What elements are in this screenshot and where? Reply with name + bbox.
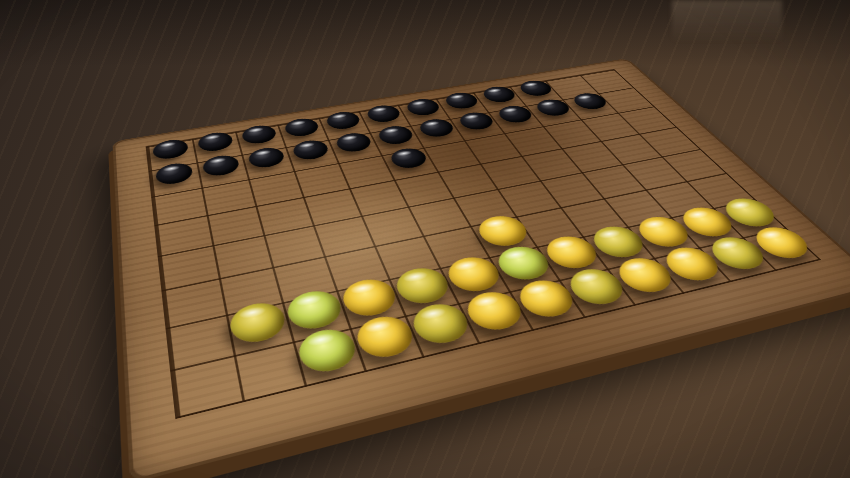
black-stone[interactable] (152, 138, 189, 162)
black-stone[interactable] (569, 91, 611, 111)
black-stone[interactable] (155, 161, 194, 187)
black-stone[interactable] (516, 79, 556, 98)
stones-layer (147, 70, 818, 417)
yellow-stone[interactable] (461, 288, 530, 335)
black-stone[interactable] (201, 153, 240, 178)
black-stone[interactable] (387, 146, 430, 170)
black-stone[interactable] (364, 103, 403, 124)
black-stone[interactable] (324, 110, 363, 131)
black-stone[interactable] (240, 123, 278, 145)
yellow-stone[interactable] (295, 325, 361, 377)
black-stone[interactable] (494, 104, 536, 125)
yellow-stone[interactable] (391, 264, 455, 308)
yellow-stone[interactable] (352, 312, 419, 362)
black-stone[interactable] (456, 110, 498, 131)
yellow-stone[interactable] (442, 253, 506, 295)
black-stone[interactable] (334, 131, 375, 154)
scene (0, 0, 850, 478)
black-stone[interactable] (291, 138, 331, 162)
black-stone[interactable] (404, 97, 443, 117)
yellow-stone[interactable] (227, 299, 289, 347)
yellow-stone[interactable] (338, 275, 401, 320)
black-stone[interactable] (479, 85, 519, 104)
black-stone[interactable] (442, 91, 482, 111)
black-stone[interactable] (375, 124, 416, 146)
black-stone[interactable] (247, 146, 287, 170)
yellow-stone[interactable] (284, 287, 347, 334)
yellow-stone[interactable] (473, 213, 534, 250)
tabletop (0, 0, 850, 478)
yellow-stone[interactable] (407, 300, 475, 349)
black-stone[interactable] (197, 130, 235, 153)
black-stone[interactable] (416, 117, 457, 139)
black-stone[interactable] (532, 98, 574, 118)
game-board (112, 58, 850, 478)
black-stone[interactable] (283, 117, 321, 139)
